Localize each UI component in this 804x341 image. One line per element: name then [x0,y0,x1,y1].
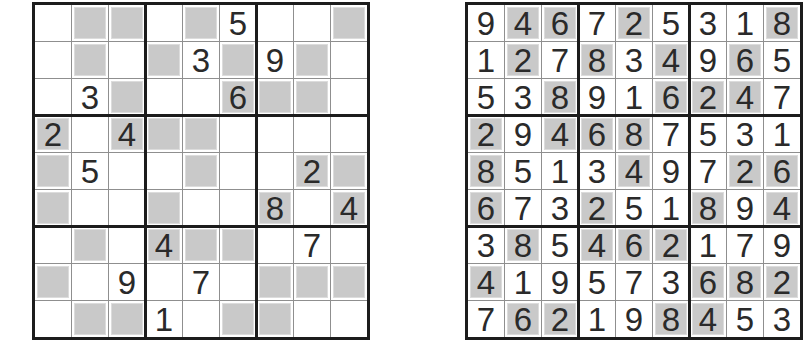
solution-cell-r1c6: 5 [653,5,689,41]
puzzle-cell-r3c5 [183,79,219,115]
puzzle-cell-r7c8: 7 [294,227,330,263]
solution-cell-r2c6: 4 [653,42,689,78]
puzzle-cell-r9c9 [331,301,367,337]
solution-digit-r1c3: 6 [551,7,569,40]
puzzle-cell-r2c6 [220,42,256,78]
box-separator [468,114,800,117]
puzzle-cell-r4c7 [257,116,293,152]
solution-digit-r1c5: 2 [625,7,643,40]
puzzle-cell-r3c4 [146,79,182,115]
puzzle-cell-r4c2 [72,116,108,152]
solution-digit-r6c5: 5 [625,192,643,225]
puzzle-cell-r8c7 [257,264,293,300]
solution-cell-r8c3: 9 [542,264,578,300]
solution-cell-r6c7: 8 [690,190,726,226]
solution-cell-r3c2: 3 [505,79,541,115]
solution-cell-r3c9: 7 [764,79,800,115]
solution-cell-r2c1: 1 [468,42,504,78]
solution-cell-r5c9: 6 [764,153,800,189]
solution-digit-r7c5: 6 [625,229,643,262]
puzzle-cell-r3c2: 3 [72,79,108,115]
solution-digit-r2c5: 3 [625,44,643,77]
solution-cell-r4c3: 4 [542,116,578,152]
puzzle-cell-r9c8 [294,301,330,337]
solution-cell-r4c7: 5 [690,116,726,152]
solution-cell-r8c7: 6 [690,264,726,300]
box-separator [255,5,258,337]
solution-digit-r6c9: 4 [773,192,791,225]
puzzle-cell-r5c2: 5 [72,153,108,189]
puzzle-digit-r9c4: 1 [155,303,173,336]
solution-cell-r9c8: 5 [727,301,763,337]
puzzle-cell-r1c6: 5 [220,5,256,41]
puzzle-cell-r2c5: 3 [183,42,219,78]
solution-cell-r7c4: 4 [579,227,615,263]
solution-digit-r1c7: 3 [699,7,717,40]
puzzle-cell-r8c8 [294,264,330,300]
puzzle-cell-r7c6 [220,227,256,263]
solution-cell-r5c6: 9 [653,153,689,189]
puzzle-cell-r5c1 [35,153,71,189]
solution-grid: 9467253181278349655389162472946875318513… [465,2,803,340]
solution-digit-r9c3: 2 [551,303,569,336]
solution-cell-r1c7: 3 [690,5,726,41]
solution-digit-r7c1: 3 [477,229,495,262]
solution-digit-r6c4: 2 [588,192,606,225]
solution-digit-r3c9: 7 [773,81,791,114]
puzzle-cell-r1c4 [146,5,182,41]
puzzle-cell-r2c2 [72,42,108,78]
solution-cell-r4c6: 7 [653,116,689,152]
puzzle-digit-r3c6: 6 [229,81,247,114]
solution-cell-r4c2: 9 [505,116,541,152]
solution-cell-r8c4: 5 [579,264,615,300]
solution-digit-r2c2: 2 [514,44,532,77]
solution-digit-r1c1: 9 [477,7,495,40]
puzzle-cell-r2c9 [331,42,367,78]
puzzle-cell-r3c6: 6 [220,79,256,115]
solution-digit-r8c1: 4 [477,266,495,299]
solution-digit-r9c9: 3 [773,303,791,336]
solution-digit-r5c9: 6 [773,155,791,188]
puzzle-cell-r9c7 [257,301,293,337]
solution-cell-r2c2: 2 [505,42,541,78]
puzzle-grid: 5393624528447971 [32,2,370,340]
puzzle-cell-r1c2 [72,5,108,41]
solution-digit-r5c6: 9 [662,155,680,188]
puzzle-cell-r4c3: 4 [109,116,145,152]
solution-cell-r9c4: 1 [579,301,615,337]
solution-cell-r9c6: 8 [653,301,689,337]
solution-cell-r5c3: 1 [542,153,578,189]
solution-digit-r1c9: 8 [773,7,791,40]
solution-cell-r1c8: 1 [727,5,763,41]
solution-digit-r8c7: 6 [699,266,717,299]
solution-digit-r4c4: 6 [588,118,606,151]
solution-cell-r1c2: 4 [505,5,541,41]
solution-cell-r5c8: 2 [727,153,763,189]
puzzle-cell-r8c9 [331,264,367,300]
solution-digit-r5c2: 5 [514,155,532,188]
solution-cell-r3c7: 2 [690,79,726,115]
puzzle-digit-r1c6: 5 [229,7,247,40]
solution-cell-r5c7: 7 [690,153,726,189]
solution-cell-r6c3: 3 [542,190,578,226]
solution-cell-r7c9: 9 [764,227,800,263]
puzzle-cell-r4c5 [183,116,219,152]
solution-cell-r2c8: 6 [727,42,763,78]
puzzle-cell-r6c7: 8 [257,190,293,226]
solution-cell-r2c4: 8 [579,42,615,78]
solution-cell-r6c8: 9 [727,190,763,226]
solution-cell-r7c5: 6 [616,227,652,263]
puzzle-cell-r8c6 [220,264,256,300]
solution-cell-r5c4: 3 [579,153,615,189]
puzzle-cell-r2c7: 9 [257,42,293,78]
puzzle-cell-r9c1 [35,301,71,337]
solution-digit-r2c7: 9 [699,44,717,77]
solution-digit-r7c9: 9 [773,229,791,262]
box-separator [35,225,367,228]
solution-cell-r7c2: 8 [505,227,541,263]
solution-cell-r7c7: 1 [690,227,726,263]
sudoku-worksheet: 5393624528447971 94672531812783496553891… [0,0,804,341]
puzzle-cell-r4c1: 2 [35,116,71,152]
puzzle-cell-r8c2 [72,264,108,300]
solution-digit-r8c4: 5 [588,266,606,299]
puzzle-cell-r1c7 [257,5,293,41]
puzzle-cell-r7c3 [109,227,145,263]
solution-cell-r8c9: 2 [764,264,800,300]
solution-digit-r3c8: 4 [736,81,754,114]
puzzle-cell-r1c1 [35,5,71,41]
solution-digit-r5c7: 7 [699,155,717,188]
solution-digit-r2c3: 7 [551,44,569,77]
solution-digit-r9c4: 1 [588,303,606,336]
solution-digit-r6c3: 3 [551,192,569,225]
solution-cell-r7c1: 3 [468,227,504,263]
puzzle-cell-r7c4: 4 [146,227,182,263]
solution-cell-r8c2: 1 [505,264,541,300]
puzzle-cell-r5c9 [331,153,367,189]
solution-digit-r2c8: 6 [736,44,754,77]
solution-cell-r7c6: 2 [653,227,689,263]
solution-digit-r5c4: 3 [588,155,606,188]
puzzle-cell-r6c9: 4 [331,190,367,226]
solution-digit-r7c3: 5 [551,229,569,262]
solution-digit-r5c1: 8 [477,155,495,188]
puzzle-cell-r8c4 [146,264,182,300]
solution-cell-r1c3: 6 [542,5,578,41]
solution-cell-r8c6: 3 [653,264,689,300]
solution-digit-r8c5: 7 [625,266,643,299]
puzzle-cell-r6c3 [109,190,145,226]
puzzle-digit-r8c5: 7 [192,266,210,299]
puzzle-cell-r3c8 [294,79,330,115]
solution-digit-r4c2: 9 [514,118,532,151]
puzzle-cell-r5c6 [220,153,256,189]
solution-digit-r3c6: 6 [662,81,680,114]
solution-digit-r2c6: 4 [662,44,680,77]
solution-cell-r3c5: 1 [616,79,652,115]
solution-digit-r1c2: 4 [514,7,532,40]
solution-cell-r6c2: 7 [505,190,541,226]
puzzle-cell-r5c4 [146,153,182,189]
solution-digit-r2c1: 1 [477,44,495,77]
puzzle-cell-r6c2 [72,190,108,226]
solution-digit-r6c6: 1 [662,192,680,225]
solution-digit-r4c3: 4 [551,118,569,151]
solution-digit-r7c7: 1 [699,229,717,262]
puzzle-cell-r7c7 [257,227,293,263]
puzzle-cell-r1c8 [294,5,330,41]
solution-digit-r9c5: 9 [625,303,643,336]
puzzle-digit-r4c1: 2 [44,118,62,151]
puzzle-digit-r5c2: 5 [81,155,99,188]
solution-cell-r4c9: 1 [764,116,800,152]
solution-cell-r4c5: 8 [616,116,652,152]
solution-digit-r7c8: 7 [736,229,754,262]
puzzle-cell-r8c1 [35,264,71,300]
solution-digit-r1c6: 5 [662,7,680,40]
solution-cell-r6c4: 2 [579,190,615,226]
solution-digit-r8c3: 9 [551,266,569,299]
solution-digit-r1c4: 7 [588,7,606,40]
solution-digit-r7c6: 2 [662,229,680,262]
puzzle-cell-r8c5: 7 [183,264,219,300]
puzzle-digit-r7c4: 4 [155,229,173,262]
solution-cell-r1c1: 9 [468,5,504,41]
solution-digit-r2c9: 5 [773,44,791,77]
solution-cell-r6c6: 1 [653,190,689,226]
solution-cell-r3c3: 8 [542,79,578,115]
solution-cell-r3c4: 9 [579,79,615,115]
solution-cell-r6c9: 4 [764,190,800,226]
puzzle-cell-r7c2 [72,227,108,263]
puzzle-cell-r5c5 [183,153,219,189]
solution-cell-r3c1: 5 [468,79,504,115]
solution-digit-r8c2: 1 [514,266,532,299]
solution-cell-r1c9: 8 [764,5,800,41]
box-separator [688,5,691,337]
puzzle-cell-r2c3 [109,42,145,78]
solution-cell-r9c9: 3 [764,301,800,337]
solution-digit-r5c3: 1 [551,155,569,188]
solution-digit-r3c7: 2 [699,81,717,114]
solution-cell-r9c2: 6 [505,301,541,337]
puzzle-digit-r2c7: 9 [266,44,284,77]
solution-digit-r9c8: 5 [736,303,754,336]
solution-digit-r8c9: 2 [773,266,791,299]
solution-digit-r4c5: 8 [625,118,643,151]
solution-cell-r2c7: 9 [690,42,726,78]
puzzle-cell-r9c2 [72,301,108,337]
puzzle-cell-r1c5 [183,5,219,41]
puzzle-cell-r3c3 [109,79,145,115]
solution-cell-r4c4: 6 [579,116,615,152]
puzzle-digit-r2c5: 3 [192,44,210,77]
puzzle-cell-r6c1 [35,190,71,226]
puzzle-digit-r4c3: 4 [118,118,136,151]
solution-cell-r4c8: 3 [727,116,763,152]
solution-digit-r1c8: 1 [736,7,754,40]
puzzle-cell-r4c9 [331,116,367,152]
solution-cell-r7c8: 7 [727,227,763,263]
solution-cell-r6c1: 6 [468,190,504,226]
solution-digit-r3c3: 8 [551,81,569,114]
puzzle-digit-r5c8: 2 [303,155,321,188]
solution-digit-r6c7: 8 [699,192,717,225]
solution-cell-r5c1: 8 [468,153,504,189]
solution-digit-r4c1: 2 [477,118,495,151]
puzzle-digit-r3c2: 3 [81,81,99,114]
solution-cell-r8c8: 8 [727,264,763,300]
solution-cell-r1c5: 2 [616,5,652,41]
puzzle-cell-r4c8 [294,116,330,152]
solution-cell-r9c7: 4 [690,301,726,337]
solution-cell-r7c3: 5 [542,227,578,263]
puzzle-cell-r9c5 [183,301,219,337]
puzzle-cell-r4c6 [220,116,256,152]
puzzle-cell-r1c9 [331,5,367,41]
puzzle-digit-r6c7: 8 [266,192,284,225]
solution-cell-r2c3: 7 [542,42,578,78]
solution-digit-r5c8: 2 [736,155,754,188]
solution-digit-r9c7: 4 [699,303,717,336]
puzzle-cell-r7c1 [35,227,71,263]
puzzle-cell-r6c6 [220,190,256,226]
solution-digit-r6c2: 7 [514,192,532,225]
solution-cell-r9c5: 9 [616,301,652,337]
solution-digit-r3c4: 9 [588,81,606,114]
puzzle-cell-r6c4 [146,190,182,226]
solution-digit-r5c5: 4 [625,155,643,188]
box-separator [35,114,367,117]
solution-cell-r8c1: 4 [468,264,504,300]
puzzle-cell-r7c5 [183,227,219,263]
solution-digit-r8c6: 3 [662,266,680,299]
solution-cell-r5c2: 5 [505,153,541,189]
solution-cell-r8c5: 7 [616,264,652,300]
puzzle-cell-r9c3 [109,301,145,337]
solution-cell-r2c5: 3 [616,42,652,78]
box-separator [577,5,580,337]
box-separator [468,225,800,228]
puzzle-cell-r3c1 [35,79,71,115]
solution-digit-r4c6: 7 [662,118,680,151]
solution-digit-r9c2: 6 [514,303,532,336]
puzzle-cell-r6c5 [183,190,219,226]
solution-digit-r7c4: 4 [588,229,606,262]
solution-cell-r1c4: 7 [579,5,615,41]
solution-cell-r3c8: 4 [727,79,763,115]
solution-digit-r2c4: 8 [588,44,606,77]
solution-cell-r2c9: 5 [764,42,800,78]
puzzle-cell-r5c7 [257,153,293,189]
solution-cell-r5c5: 4 [616,153,652,189]
solution-digit-r4c7: 5 [699,118,717,151]
puzzle-cell-r3c7 [257,79,293,115]
puzzle-digit-r8c3: 9 [118,266,136,299]
solution-digit-r3c2: 3 [514,81,532,114]
solution-cell-r3c6: 6 [653,79,689,115]
puzzle-cell-r9c6 [220,301,256,337]
solution-digit-r4c8: 3 [736,118,754,151]
puzzle-cell-r7c9 [331,227,367,263]
puzzle-cell-r2c1 [35,42,71,78]
solution-digit-r8c8: 8 [736,266,754,299]
puzzle-cell-r3c9 [331,79,367,115]
puzzle-cell-r6c8 [294,190,330,226]
puzzle-cell-r9c4: 1 [146,301,182,337]
puzzle-cell-r1c3 [109,5,145,41]
puzzle-cell-r5c8: 2 [294,153,330,189]
solution-cell-r9c1: 7 [468,301,504,337]
solution-cell-r6c5: 5 [616,190,652,226]
puzzle-cell-r8c3: 9 [109,264,145,300]
puzzle-digit-r6c9: 4 [340,192,358,225]
solution-cell-r4c1: 2 [468,116,504,152]
box-separator [144,5,147,337]
solution-digit-r9c1: 7 [477,303,495,336]
puzzle-cell-r2c8 [294,42,330,78]
solution-digit-r4c9: 1 [773,118,791,151]
puzzle-cell-r5c3 [109,153,145,189]
solution-digit-r3c5: 1 [625,81,643,114]
solution-digit-r3c1: 5 [477,81,495,114]
solution-digit-r6c1: 6 [477,192,495,225]
puzzle-digit-r7c8: 7 [303,229,321,262]
solution-digit-r7c2: 8 [514,229,532,262]
solution-digit-r9c6: 8 [662,303,680,336]
solution-cell-r9c3: 2 [542,301,578,337]
puzzle-cell-r4c4 [146,116,182,152]
puzzle-cell-r2c4 [146,42,182,78]
solution-digit-r6c8: 9 [736,192,754,225]
